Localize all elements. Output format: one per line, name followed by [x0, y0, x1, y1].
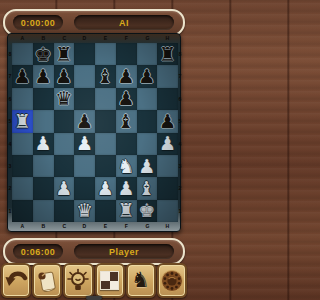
square-g1[interactable]: ♚ — [137, 200, 158, 222]
square-g8[interactable] — [137, 43, 158, 65]
black-pawn: ♟ — [55, 67, 72, 86]
white-pawn: ♟ — [138, 157, 155, 176]
square-c4[interactable] — [54, 133, 75, 155]
square-e8[interactable] — [95, 43, 116, 65]
white-rook: ♜ — [14, 112, 31, 131]
screen-handle — [86, 296, 102, 300]
ai-name-label: AI — [74, 15, 174, 30]
rank-label: 5 — [178, 112, 181, 131]
dial-icon — [159, 268, 185, 294]
square-b4[interactable]: ♟ — [33, 133, 54, 155]
file-label: D — [76, 35, 94, 43]
square-a7[interactable]: ♟ — [12, 65, 33, 87]
white-king: ♚ — [138, 201, 155, 220]
black-rook: ♜ — [55, 45, 72, 64]
square-e6[interactable] — [95, 88, 116, 110]
file-labels-top: ABCDEFGH — [12, 34, 178, 43]
white-queen: ♛ — [76, 201, 93, 220]
square-h8[interactable]: ♜ — [157, 43, 178, 65]
white-pawn: ♟ — [76, 134, 93, 153]
white-bishop: ♝ — [138, 179, 155, 198]
knight-icon: ♞ — [131, 270, 150, 291]
square-d6[interactable] — [74, 88, 95, 110]
file-label: C — [55, 35, 73, 43]
square-h5[interactable]: ♟ — [157, 110, 178, 132]
square-a1[interactable] — [12, 200, 33, 222]
square-e3[interactable] — [95, 155, 116, 177]
file-label: C — [55, 223, 73, 231]
square-b7[interactable]: ♟ — [33, 65, 54, 87]
square-a3[interactable] — [12, 155, 33, 177]
black-bishop: ♝ — [118, 112, 135, 131]
square-g4[interactable] — [137, 133, 158, 155]
file-labels-bottom: ABCDEFGH — [12, 222, 178, 231]
undo-button[interactable] — [1, 263, 31, 298]
file-label: H — [159, 35, 177, 43]
settings-button[interactable] — [157, 263, 187, 298]
white-knight: ♞ — [118, 157, 135, 176]
square-a4[interactable] — [12, 133, 33, 155]
white-pawn: ♟ — [35, 134, 52, 153]
square-c8[interactable]: ♜ — [54, 43, 75, 65]
file-label: A — [14, 35, 32, 43]
rank-labels-right: 87654321 — [178, 43, 182, 222]
file-label: D — [76, 223, 94, 231]
file-label: B — [34, 223, 52, 231]
black-pawn: ♟ — [35, 67, 52, 86]
file-label: F — [117, 35, 135, 43]
square-d4[interactable]: ♟ — [74, 133, 95, 155]
checkerboard-icon — [100, 271, 119, 290]
top-player-bar: 0:00:00 AI — [3, 9, 185, 36]
square-b1[interactable] — [33, 200, 54, 222]
rank-label: 7 — [178, 67, 181, 86]
file-label: E — [97, 223, 115, 231]
black-pawn: ♟ — [138, 67, 155, 86]
square-g3[interactable]: ♟ — [137, 155, 158, 177]
white-rook: ♜ — [118, 201, 135, 220]
black-queen: ♛ — [55, 89, 72, 108]
rank-label: 1 — [178, 201, 181, 220]
toolbar: ♞ — [0, 263, 188, 300]
square-e2[interactable]: ♟ — [95, 177, 116, 199]
square-e4[interactable] — [95, 133, 116, 155]
black-pawn: ♟ — [118, 89, 135, 108]
rank-label: 4 — [178, 134, 181, 153]
black-pawn: ♟ — [14, 67, 31, 86]
square-a5[interactable]: ♜ — [12, 110, 33, 132]
board-grid: ♚♜♜♟♟♟♝♟♟♛♟♜♟♝♟♟♟♟♞♟♟♟♟♝♛♜♚ — [12, 43, 178, 222]
black-pawn: ♟ — [118, 67, 135, 86]
square-a6[interactable] — [12, 88, 33, 110]
white-pawn: ♟ — [97, 179, 114, 198]
black-pawn: ♟ — [76, 112, 93, 131]
square-b3[interactable] — [33, 155, 54, 177]
chess-board: ABCDEFGH 87654321 ♚♜♜♟♟♟♝♟♟♛♟♜♟♝♟♟♟♟♞♟♟♟… — [7, 33, 181, 232]
white-pawn: ♟ — [159, 134, 176, 153]
square-h3[interactable] — [157, 155, 178, 177]
white-pawn: ♟ — [55, 179, 72, 198]
square-a2[interactable] — [12, 177, 33, 199]
square-h4[interactable]: ♟ — [157, 133, 178, 155]
rank-label: 6 — [178, 89, 181, 108]
square-b5[interactable] — [33, 110, 54, 132]
file-label: G — [138, 35, 156, 43]
square-h1[interactable] — [157, 200, 178, 222]
square-h2[interactable] — [157, 177, 178, 199]
square-d3[interactable] — [74, 155, 95, 177]
square-b8[interactable]: ♚ — [33, 43, 54, 65]
square-g7[interactable]: ♟ — [137, 65, 158, 87]
square-f7[interactable]: ♟ — [116, 65, 137, 87]
square-d5[interactable]: ♟ — [74, 110, 95, 132]
player-name-label: Player — [74, 244, 174, 259]
white-pawn: ♟ — [118, 179, 135, 198]
square-d8[interactable] — [74, 43, 95, 65]
square-b6[interactable] — [33, 88, 54, 110]
black-king: ♚ — [35, 45, 52, 64]
square-g2[interactable]: ♝ — [137, 177, 158, 199]
square-f1[interactable]: ♜ — [116, 200, 137, 222]
bottom-player-bar: 0:06:00 Player — [3, 238, 185, 265]
square-f2[interactable]: ♟ — [116, 177, 137, 199]
square-a8[interactable] — [12, 43, 33, 65]
black-rook: ♜ — [159, 45, 176, 64]
black-bishop: ♝ — [97, 67, 114, 86]
square-f3[interactable]: ♞ — [116, 155, 137, 177]
file-label: B — [34, 35, 52, 43]
lightbulb-icon — [65, 268, 91, 294]
player-timer: 0:06:00 — [13, 244, 63, 259]
scroll-icon — [35, 269, 59, 293]
ai-timer: 0:00:00 — [13, 15, 63, 30]
file-label: G — [138, 223, 156, 231]
black-pawn: ♟ — [159, 112, 176, 131]
undo-arrow-icon — [4, 269, 28, 293]
hint-button[interactable] — [63, 263, 93, 298]
square-c5[interactable] — [54, 110, 75, 132]
square-g5[interactable] — [137, 110, 158, 132]
file-label: A — [14, 223, 32, 231]
square-c3[interactable] — [54, 155, 75, 177]
file-label: F — [117, 223, 135, 231]
rank-label: 3 — [178, 157, 181, 176]
rank-label: 8 — [178, 45, 181, 64]
square-f5[interactable]: ♝ — [116, 110, 137, 132]
square-g6[interactable] — [137, 88, 158, 110]
rank-label: 2 — [178, 179, 181, 198]
square-b2[interactable] — [33, 177, 54, 199]
square-f8[interactable] — [116, 43, 137, 65]
square-h6[interactable] — [157, 88, 178, 110]
square-e7[interactable]: ♝ — [95, 65, 116, 87]
square-d2[interactable] — [74, 177, 95, 199]
square-d7[interactable] — [74, 65, 95, 87]
square-e1[interactable] — [95, 200, 116, 222]
square-c7[interactable]: ♟ — [54, 65, 75, 87]
square-d1[interactable]: ♛ — [74, 200, 95, 222]
file-label: E — [97, 35, 115, 43]
file-label: H — [159, 223, 177, 231]
board-style-button[interactable] — [95, 263, 125, 298]
move-list-button[interactable] — [32, 263, 62, 298]
square-c2[interactable]: ♟ — [54, 177, 75, 199]
square-e5[interactable] — [95, 110, 116, 132]
square-f4[interactable] — [116, 133, 137, 155]
square-h7[interactable] — [157, 65, 178, 87]
square-c1[interactable] — [54, 200, 75, 222]
square-f6[interactable]: ♟ — [116, 88, 137, 110]
piece-style-button[interactable]: ♞ — [126, 263, 156, 298]
square-c6[interactable]: ♛ — [54, 88, 75, 110]
